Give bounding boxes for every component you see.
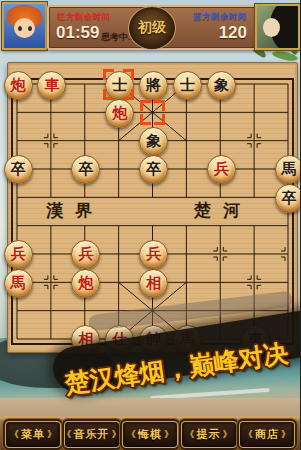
bottom-bar: ❰菜单❱❰音乐开❱❰悔棋❱❰提示❱❰商店❱: [0, 416, 300, 450]
piece-red-cannon[interactable]: 炮: [4, 71, 33, 100]
button-ornament-right: ❱: [46, 430, 53, 438]
button-ornament-left: ❰: [247, 430, 254, 438]
menu-button[interactable]: ❰菜单❱: [5, 421, 61, 448]
blue-player-avatar: [255, 4, 300, 50]
avatar-face: [263, 18, 280, 37]
piece-red-chariot[interactable]: 車: [37, 71, 66, 100]
piece-black-elephant[interactable]: 象: [207, 71, 236, 100]
button-ornament-right: ❱: [280, 430, 287, 438]
button-label: 悔棋: [138, 427, 162, 442]
button-label: 商店: [255, 427, 279, 442]
red-player-avatar: [2, 2, 47, 50]
timer-panel: 红方剩余时间 蓝方剩余时间 01:59 思考中... 初级 120: [47, 5, 257, 50]
button-ornament-left: ❰: [130, 430, 137, 438]
piece-red-cannon[interactable]: 炮: [105, 99, 134, 128]
blue-time-value: 120: [219, 23, 247, 43]
blue-time-label: 蓝方剩余时间: [193, 11, 247, 22]
button-ornament-left: ❰: [66, 430, 73, 438]
piece-black-general[interactable]: 將: [139, 71, 168, 100]
piece-red-cannon[interactable]: 炮: [71, 269, 100, 298]
piece-black-soldier[interactable]: 卒: [275, 184, 301, 213]
undo-button[interactable]: ❰悔棋❱: [122, 421, 178, 448]
button-ornament-right: ❱: [222, 430, 229, 438]
music-button[interactable]: ❰音乐开❱: [64, 421, 120, 448]
game-screen: 红方剩余时间 蓝方剩余时间 01:59 思考中... 初级 120 漢界 楚河 …: [0, 0, 300, 450]
shop-button[interactable]: ❰商店❱: [239, 421, 295, 448]
river-label-right: 楚河: [194, 199, 252, 222]
avatar-eye: [28, 26, 32, 31]
button-label: 音乐开: [74, 427, 110, 442]
hint-button[interactable]: ❰提示❱: [181, 421, 237, 448]
button-ornament-right: ❱: [163, 430, 170, 438]
avatar-eye: [18, 26, 22, 31]
button-label: 菜单: [21, 427, 45, 442]
piece-black-soldier[interactable]: 卒: [4, 155, 33, 184]
red-time-label: 红方剩余时间: [57, 11, 111, 22]
piece-red-elephant[interactable]: 相: [139, 269, 168, 298]
river-label-left: 漢界: [46, 199, 104, 222]
move-marker-origin: [140, 100, 165, 125]
button-ornament-left: ❰: [13, 430, 20, 438]
level-badge: 初级: [128, 6, 176, 50]
piece-red-soldier[interactable]: 兵: [4, 240, 33, 269]
piece-black-advisor[interactable]: 士: [173, 71, 202, 100]
button-ornament-right: ❱: [111, 430, 118, 438]
piece-black-elephant[interactable]: 象: [139, 127, 168, 156]
move-marker-selected: [103, 69, 134, 100]
piece-red-horse[interactable]: 馬: [4, 269, 33, 298]
button-label: 提示: [197, 427, 221, 442]
red-time-value: 01:59: [56, 23, 99, 43]
button-ornament-left: ❰: [189, 430, 196, 438]
